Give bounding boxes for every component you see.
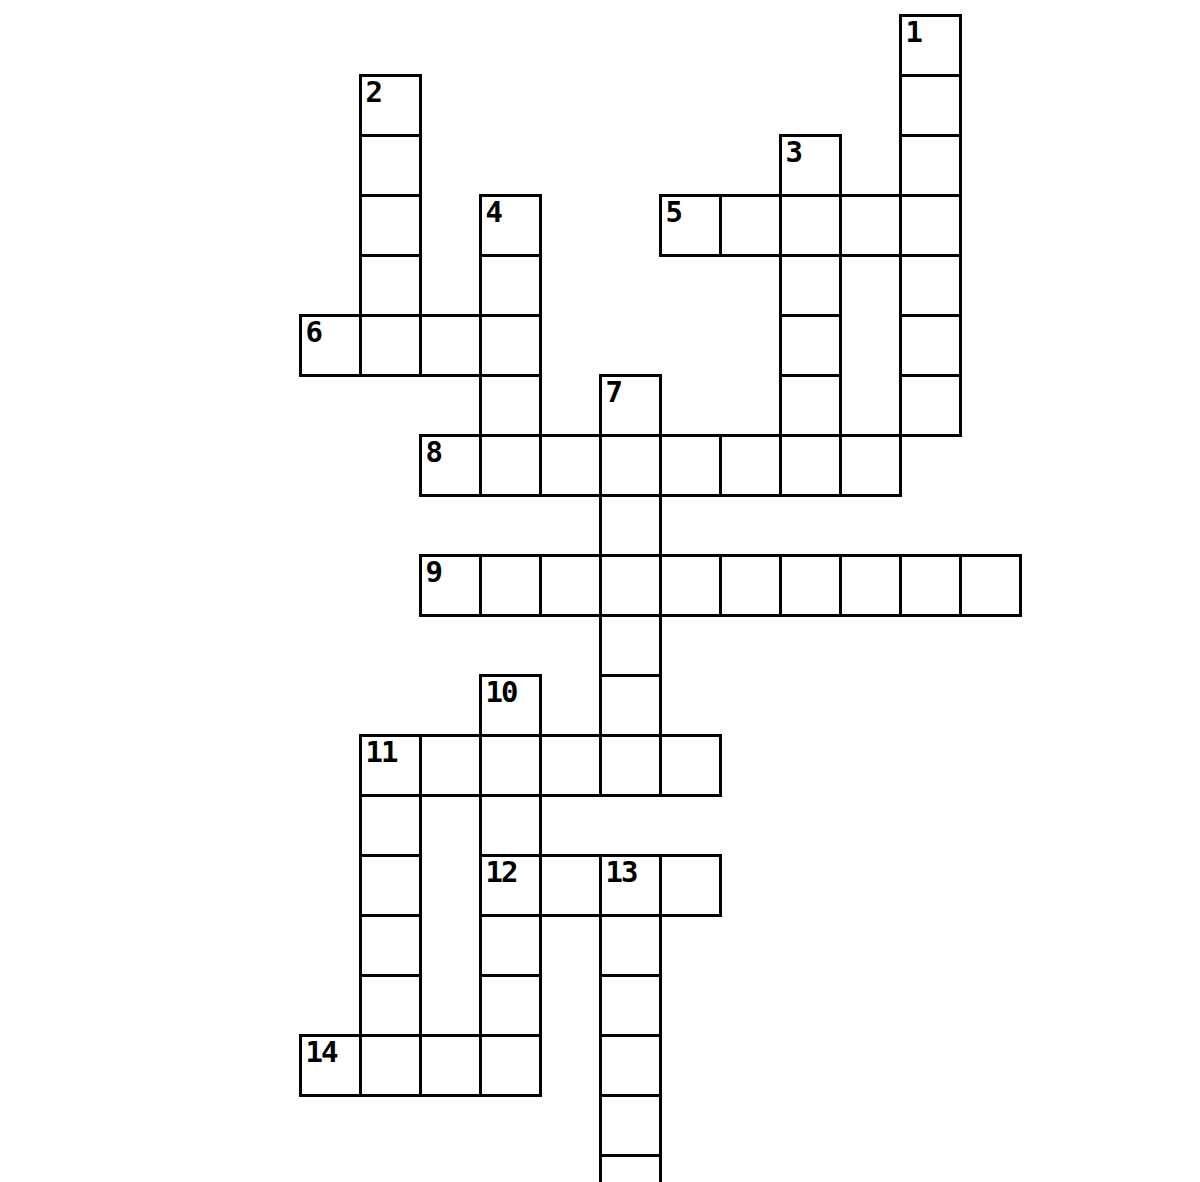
cell-r9-c7[interactable] — [719, 554, 782, 617]
cell-r14-c5[interactable]: 13 — [599, 854, 662, 917]
cell-r12-c2[interactable] — [419, 734, 482, 797]
cell-r1-c10[interactable] — [899, 74, 962, 137]
cell-r7-c8[interactable] — [779, 434, 842, 497]
cell-r7-c4[interactable] — [539, 434, 602, 497]
cell-r1-c1[interactable]: 2 — [359, 74, 422, 137]
cell-r9-c10[interactable] — [899, 554, 962, 617]
cell-r15-c1[interactable] — [359, 914, 422, 977]
cell-r17-c1[interactable] — [359, 1034, 422, 1097]
cell-r13-c1[interactable] — [359, 794, 422, 857]
clue-number: 3 — [786, 138, 801, 167]
cell-r6-c8[interactable] — [779, 374, 842, 437]
cell-r15-c5[interactable] — [599, 914, 662, 977]
cell-r4-c10[interactable] — [899, 254, 962, 317]
cell-r17-c3[interactable] — [479, 1034, 542, 1097]
cell-r5-c0[interactable]: 6 — [299, 314, 362, 377]
cell-r9-c11[interactable] — [959, 554, 1022, 617]
clue-number: 13 — [606, 858, 637, 887]
cell-r9-c9[interactable] — [839, 554, 902, 617]
crossword-grid: 1234567891011121314 — [300, 15, 1020, 1182]
cell-r6-c5[interactable]: 7 — [599, 374, 662, 437]
cell-r3-c6[interactable]: 5 — [659, 194, 722, 257]
cell-r9-c3[interactable] — [479, 554, 542, 617]
cell-r6-c10[interactable] — [899, 374, 962, 437]
clue-number: 2 — [366, 78, 381, 107]
clue-number: 9 — [426, 558, 441, 587]
clue-number: 5 — [666, 198, 681, 227]
cell-r3-c8[interactable] — [779, 194, 842, 257]
cell-r12-c1[interactable]: 11 — [359, 734, 422, 797]
clue-number: 8 — [426, 438, 441, 467]
cell-r19-c5[interactable] — [599, 1154, 662, 1182]
cell-r12-c5[interactable] — [599, 734, 662, 797]
cell-r2-c8[interactable]: 3 — [779, 134, 842, 197]
cell-r17-c2[interactable] — [419, 1034, 482, 1097]
cell-r9-c4[interactable] — [539, 554, 602, 617]
clue-number: 11 — [366, 738, 397, 767]
cell-r14-c6[interactable] — [659, 854, 722, 917]
cell-r15-c3[interactable] — [479, 914, 542, 977]
cell-r5-c10[interactable] — [899, 314, 962, 377]
cell-r4-c1[interactable] — [359, 254, 422, 317]
cell-r4-c8[interactable] — [779, 254, 842, 317]
cell-r11-c5[interactable] — [599, 674, 662, 737]
cell-r14-c1[interactable] — [359, 854, 422, 917]
cell-r5-c2[interactable] — [419, 314, 482, 377]
clue-number: 1 — [906, 18, 921, 47]
clue-number: 6 — [306, 318, 321, 347]
cell-r9-c2[interactable]: 9 — [419, 554, 482, 617]
cell-r7-c7[interactable] — [719, 434, 782, 497]
clue-number: 7 — [606, 378, 621, 407]
cell-r12-c3[interactable] — [479, 734, 542, 797]
clue-number: 14 — [306, 1038, 337, 1067]
cell-r17-c0[interactable]: 14 — [299, 1034, 362, 1097]
cell-r16-c3[interactable] — [479, 974, 542, 1037]
cell-r12-c4[interactable] — [539, 734, 602, 797]
cell-r4-c3[interactable] — [479, 254, 542, 317]
cell-r14-c4[interactable] — [539, 854, 602, 917]
cell-r7-c5[interactable] — [599, 434, 662, 497]
cell-r3-c7[interactable] — [719, 194, 782, 257]
cell-r3-c9[interactable] — [839, 194, 902, 257]
cell-r11-c3[interactable]: 10 — [479, 674, 542, 737]
clue-number: 12 — [486, 858, 517, 887]
cell-r0-c10[interactable]: 1 — [899, 14, 962, 77]
cell-r5-c1[interactable] — [359, 314, 422, 377]
cell-r14-c3[interactable]: 12 — [479, 854, 542, 917]
cell-r5-c8[interactable] — [779, 314, 842, 377]
cell-r10-c5[interactable] — [599, 614, 662, 677]
cell-r16-c1[interactable] — [359, 974, 422, 1037]
crossword-board: 1234567891011121314 — [0, 0, 1200, 1182]
cell-r7-c9[interactable] — [839, 434, 902, 497]
cell-r18-c5[interactable] — [599, 1094, 662, 1157]
cell-r5-c3[interactable] — [479, 314, 542, 377]
cell-r12-c6[interactable] — [659, 734, 722, 797]
cell-r7-c6[interactable] — [659, 434, 722, 497]
cell-r6-c3[interactable] — [479, 374, 542, 437]
cell-r2-c10[interactable] — [899, 134, 962, 197]
cell-r7-c2[interactable]: 8 — [419, 434, 482, 497]
cell-r16-c5[interactable] — [599, 974, 662, 1037]
clue-number: 10 — [486, 678, 517, 707]
cell-r3-c3[interactable]: 4 — [479, 194, 542, 257]
cell-r8-c5[interactable] — [599, 494, 662, 557]
cell-r7-c3[interactable] — [479, 434, 542, 497]
cell-r3-c1[interactable] — [359, 194, 422, 257]
cell-r9-c6[interactable] — [659, 554, 722, 617]
cell-r13-c3[interactable] — [479, 794, 542, 857]
cell-r3-c10[interactable] — [899, 194, 962, 257]
cell-r9-c8[interactable] — [779, 554, 842, 617]
cell-r9-c5[interactable] — [599, 554, 662, 617]
clue-number: 4 — [486, 198, 501, 227]
cell-r2-c1[interactable] — [359, 134, 422, 197]
cell-r17-c5[interactable] — [599, 1034, 662, 1097]
